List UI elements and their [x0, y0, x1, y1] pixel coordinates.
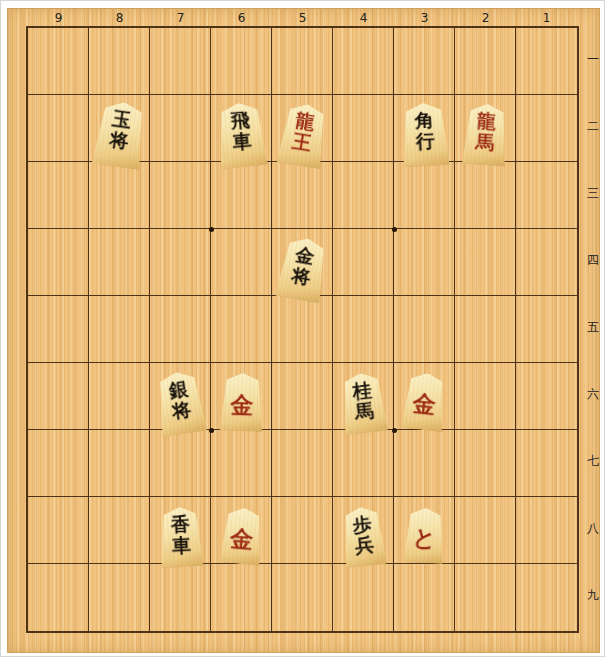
rank-label-7: 七: [584, 428, 602, 495]
piece-kanji: 馬: [354, 401, 375, 422]
rank-label-5: 五: [584, 294, 602, 361]
square-25[interactable]: [455, 296, 516, 363]
square-29[interactable]: [455, 564, 516, 631]
star-point: [209, 227, 214, 232]
square-19[interactable]: [516, 564, 577, 631]
square-16[interactable]: [516, 363, 577, 430]
file-labels: 987654321: [28, 10, 577, 26]
square-12[interactable]: [516, 95, 577, 162]
piece-kanji: 龍: [294, 110, 316, 132]
rank-labels: 一二三四五六七八九: [584, 26, 602, 633]
square-87[interactable]: [89, 430, 150, 497]
rank-label-2: 二: [584, 93, 602, 160]
square-65[interactable]: [211, 296, 272, 363]
square-59[interactable]: [272, 564, 333, 631]
piece-kanji: 金: [229, 526, 254, 551]
square-89[interactable]: [89, 564, 150, 631]
square-77[interactable]: [150, 430, 211, 497]
square-73[interactable]: [150, 162, 211, 229]
square-88[interactable]: [89, 497, 150, 564]
piece-kanji: 角: [414, 111, 434, 131]
square-67[interactable]: [211, 430, 272, 497]
square-53[interactable]: [272, 162, 333, 229]
square-11[interactable]: [516, 28, 577, 95]
square-15[interactable]: [516, 296, 577, 363]
square-86[interactable]: [89, 363, 150, 430]
piece-kanji: 金: [412, 392, 437, 417]
square-26[interactable]: [455, 363, 516, 430]
square-51[interactable]: [272, 28, 333, 95]
rank-label-6: 六: [584, 361, 602, 428]
piece-kanji: 金: [294, 244, 316, 266]
piece-kanji: 将: [108, 130, 129, 151]
file-label-7: 7: [150, 10, 211, 26]
square-69[interactable]: [211, 564, 272, 631]
square-39[interactable]: [394, 564, 455, 631]
square-41[interactable]: [333, 28, 394, 95]
piece-kanji: 行: [415, 132, 435, 152]
piece-kanji: 歩: [352, 514, 373, 535]
piece-kanji: 馬: [475, 132, 495, 152]
piece-kanji: 桂: [352, 380, 373, 401]
square-21[interactable]: [455, 28, 516, 95]
piece-kanji: 龍: [476, 111, 496, 131]
square-85[interactable]: [89, 296, 150, 363]
square-55[interactable]: [272, 296, 333, 363]
square-61[interactable]: [211, 28, 272, 95]
square-95[interactable]: [28, 296, 89, 363]
rank-label-8: 八: [584, 495, 602, 562]
rank-label-3: 三: [584, 160, 602, 227]
square-13[interactable]: [516, 162, 577, 229]
square-27[interactable]: [455, 430, 516, 497]
shogi-diagram-page: 987654321 一二三四五六七八九 玉将飛車龍王角行龍馬金将銀将金桂馬金香車…: [0, 0, 605, 657]
square-64[interactable]: [211, 229, 272, 296]
square-99[interactable]: [28, 564, 89, 631]
square-17[interactable]: [516, 430, 577, 497]
square-58[interactable]: [272, 497, 333, 564]
square-93[interactable]: [28, 162, 89, 229]
square-63[interactable]: [211, 162, 272, 229]
piece-kanji: 将: [290, 265, 312, 287]
square-92[interactable]: [28, 95, 89, 162]
square-44[interactable]: [333, 229, 394, 296]
square-83[interactable]: [89, 162, 150, 229]
square-81[interactable]: [89, 28, 150, 95]
piece-kanji: 飛: [230, 110, 251, 131]
square-43[interactable]: [333, 162, 394, 229]
piece-kanji: 金: [230, 393, 254, 417]
square-45[interactable]: [333, 296, 394, 363]
rank-label-9: 九: [584, 562, 602, 629]
star-point: [392, 227, 397, 232]
file-label-1: 1: [516, 10, 577, 26]
square-72[interactable]: [150, 95, 211, 162]
square-42[interactable]: [333, 95, 394, 162]
square-37[interactable]: [394, 430, 455, 497]
square-75[interactable]: [150, 296, 211, 363]
square-18[interactable]: [516, 497, 577, 564]
square-94[interactable]: [28, 229, 89, 296]
rank-label-4: 四: [584, 227, 602, 294]
piece-kanji: 銀: [168, 378, 189, 399]
file-label-9: 9: [28, 10, 89, 26]
piece-kanji: 将: [171, 399, 192, 420]
square-98[interactable]: [28, 497, 89, 564]
square-33[interactable]: [394, 162, 455, 229]
board-grid: 玉将飛車龍王角行龍馬金将銀将金桂馬金香車金歩兵と: [26, 26, 579, 633]
square-35[interactable]: [394, 296, 455, 363]
file-label-6: 6: [211, 10, 272, 26]
square-49[interactable]: [333, 564, 394, 631]
square-56[interactable]: [272, 363, 333, 430]
piece-kanji: と: [412, 526, 437, 550]
square-57[interactable]: [272, 430, 333, 497]
square-97[interactable]: [28, 430, 89, 497]
square-91[interactable]: [28, 28, 89, 95]
square-79[interactable]: [150, 564, 211, 631]
star-point: [209, 428, 214, 433]
piece-kanji: 兵: [354, 535, 375, 556]
star-point: [392, 428, 397, 433]
square-24[interactable]: [455, 229, 516, 296]
square-74[interactable]: [150, 229, 211, 296]
square-47[interactable]: [333, 430, 394, 497]
square-14[interactable]: [516, 229, 577, 296]
file-label-3: 3: [394, 10, 455, 26]
piece-kanji: 王: [290, 131, 312, 153]
square-34[interactable]: [394, 229, 455, 296]
square-31[interactable]: [394, 28, 455, 95]
rank-label-1: 一: [584, 26, 602, 93]
piece-kanji: 香: [170, 514, 190, 534]
square-71[interactable]: [150, 28, 211, 95]
file-label-5: 5: [272, 10, 333, 26]
piece-kanji: 車: [232, 131, 253, 152]
square-84[interactable]: [89, 229, 150, 296]
square-23[interactable]: [455, 162, 516, 229]
file-label-4: 4: [333, 10, 394, 26]
square-28[interactable]: [455, 497, 516, 564]
file-label-8: 8: [89, 10, 150, 26]
file-label-2: 2: [455, 10, 516, 26]
piece-kanji: 車: [171, 535, 191, 555]
square-96[interactable]: [28, 363, 89, 430]
shogi-board: 987654321 一二三四五六七八九 玉将飛車龍王角行龍馬金将銀将金桂馬金香車…: [7, 8, 600, 653]
